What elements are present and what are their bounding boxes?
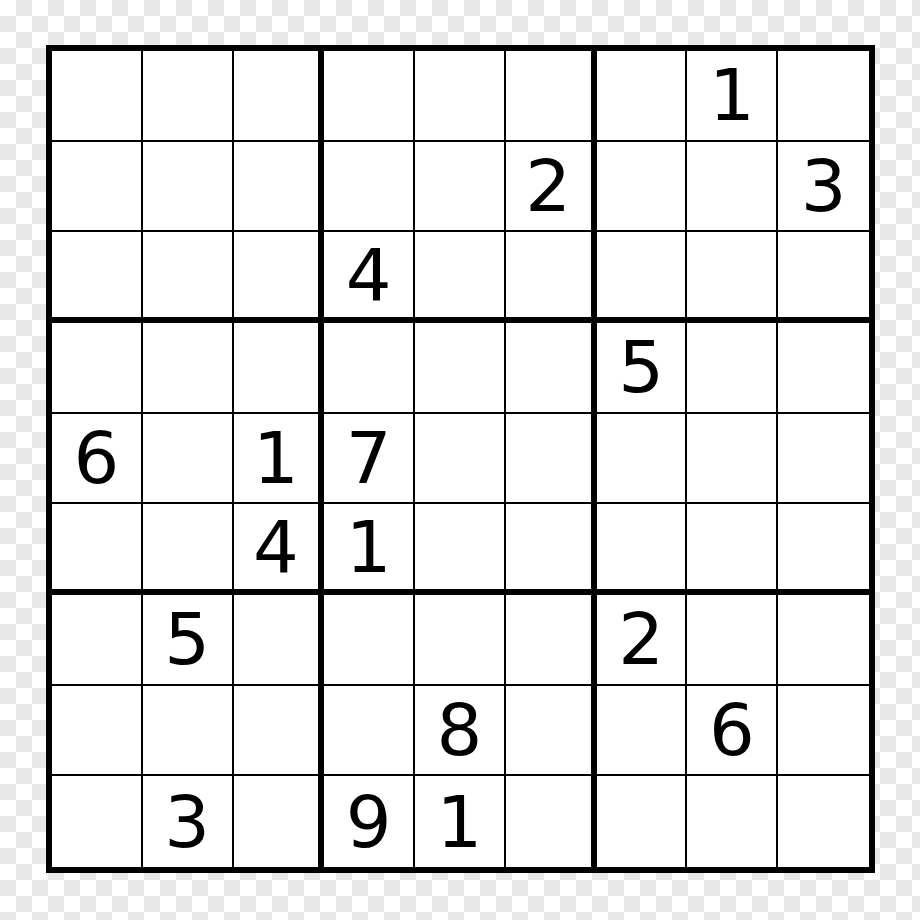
cell-r3c4: 4 bbox=[324, 232, 415, 323]
cell-r4c7: 5 bbox=[597, 323, 688, 414]
cell-r5c6[interactable] bbox=[506, 414, 597, 505]
cell-r8c1[interactable] bbox=[52, 686, 143, 777]
cell-r5c9[interactable] bbox=[778, 414, 869, 505]
transparent-checkerboard-background: 12345617415286391 bbox=[0, 0, 920, 920]
cell-r8c6[interactable] bbox=[506, 686, 597, 777]
cell-r8c3[interactable] bbox=[234, 686, 325, 777]
cell-r8c9[interactable] bbox=[778, 686, 869, 777]
cell-r3c9[interactable] bbox=[778, 232, 869, 323]
cell-r4c9[interactable] bbox=[778, 323, 869, 414]
cell-r6c6[interactable] bbox=[506, 504, 597, 595]
cell-r1c8: 1 bbox=[687, 51, 778, 142]
cell-r5c5[interactable] bbox=[415, 414, 506, 505]
cell-r7c4[interactable] bbox=[324, 595, 415, 686]
sudoku-board: 12345617415286391 bbox=[46, 45, 875, 873]
cell-r7c8[interactable] bbox=[687, 595, 778, 686]
cell-r5c8[interactable] bbox=[687, 414, 778, 505]
cell-r7c1[interactable] bbox=[52, 595, 143, 686]
cell-r2c2[interactable] bbox=[143, 142, 234, 233]
cell-r9c2: 3 bbox=[143, 776, 234, 867]
cell-r6c1[interactable] bbox=[52, 504, 143, 595]
cell-r1c3[interactable] bbox=[234, 51, 325, 142]
cell-r8c2[interactable] bbox=[143, 686, 234, 777]
cell-r1c1[interactable] bbox=[52, 51, 143, 142]
cell-r7c6[interactable] bbox=[506, 595, 597, 686]
cell-r9c1[interactable] bbox=[52, 776, 143, 867]
cell-r8c4[interactable] bbox=[324, 686, 415, 777]
cell-r8c7[interactable] bbox=[597, 686, 688, 777]
cell-r4c4[interactable] bbox=[324, 323, 415, 414]
cell-r3c7[interactable] bbox=[597, 232, 688, 323]
cell-r4c6[interactable] bbox=[506, 323, 597, 414]
cell-r6c5[interactable] bbox=[415, 504, 506, 595]
cell-r4c2[interactable] bbox=[143, 323, 234, 414]
cell-r6c9[interactable] bbox=[778, 504, 869, 595]
cell-r4c8[interactable] bbox=[687, 323, 778, 414]
cell-r5c3: 1 bbox=[234, 414, 325, 505]
cell-r7c7: 2 bbox=[597, 595, 688, 686]
cell-r2c5[interactable] bbox=[415, 142, 506, 233]
cell-r3c6[interactable] bbox=[506, 232, 597, 323]
cell-r9c8[interactable] bbox=[687, 776, 778, 867]
cell-r3c5[interactable] bbox=[415, 232, 506, 323]
cell-r6c8[interactable] bbox=[687, 504, 778, 595]
cell-r8c8: 6 bbox=[687, 686, 778, 777]
cell-r1c6[interactable] bbox=[506, 51, 597, 142]
cell-r2c8[interactable] bbox=[687, 142, 778, 233]
cell-r4c5[interactable] bbox=[415, 323, 506, 414]
cell-r3c2[interactable] bbox=[143, 232, 234, 323]
cell-r9c9[interactable] bbox=[778, 776, 869, 867]
cell-r2c3[interactable] bbox=[234, 142, 325, 233]
cell-r9c6[interactable] bbox=[506, 776, 597, 867]
cell-r5c2[interactable] bbox=[143, 414, 234, 505]
cell-r9c5: 1 bbox=[415, 776, 506, 867]
cell-r1c2[interactable] bbox=[143, 51, 234, 142]
cell-r3c3[interactable] bbox=[234, 232, 325, 323]
cell-r9c4: 9 bbox=[324, 776, 415, 867]
cell-r9c7[interactable] bbox=[597, 776, 688, 867]
cell-r2c7[interactable] bbox=[597, 142, 688, 233]
cell-r5c7[interactable] bbox=[597, 414, 688, 505]
cell-r1c4[interactable] bbox=[324, 51, 415, 142]
cell-r7c2: 5 bbox=[143, 595, 234, 686]
cell-r2c9: 3 bbox=[778, 142, 869, 233]
cell-r6c2[interactable] bbox=[143, 504, 234, 595]
cell-r6c4: 1 bbox=[324, 504, 415, 595]
cell-r9c3[interactable] bbox=[234, 776, 325, 867]
cell-r3c1[interactable] bbox=[52, 232, 143, 323]
cell-r5c1: 6 bbox=[52, 414, 143, 505]
cell-r5c4: 7 bbox=[324, 414, 415, 505]
cell-r3c8[interactable] bbox=[687, 232, 778, 323]
cell-r1c9[interactable] bbox=[778, 51, 869, 142]
cell-r7c9[interactable] bbox=[778, 595, 869, 686]
cell-r1c7[interactable] bbox=[597, 51, 688, 142]
cell-r2c1[interactable] bbox=[52, 142, 143, 233]
cell-r2c6: 2 bbox=[506, 142, 597, 233]
cell-r7c3[interactable] bbox=[234, 595, 325, 686]
cell-r6c3: 4 bbox=[234, 504, 325, 595]
cell-r1c5[interactable] bbox=[415, 51, 506, 142]
cell-r2c4[interactable] bbox=[324, 142, 415, 233]
cell-r4c1[interactable] bbox=[52, 323, 143, 414]
cell-r8c5: 8 bbox=[415, 686, 506, 777]
cell-r7c5[interactable] bbox=[415, 595, 506, 686]
cell-r4c3[interactable] bbox=[234, 323, 325, 414]
cell-r6c7[interactable] bbox=[597, 504, 688, 595]
